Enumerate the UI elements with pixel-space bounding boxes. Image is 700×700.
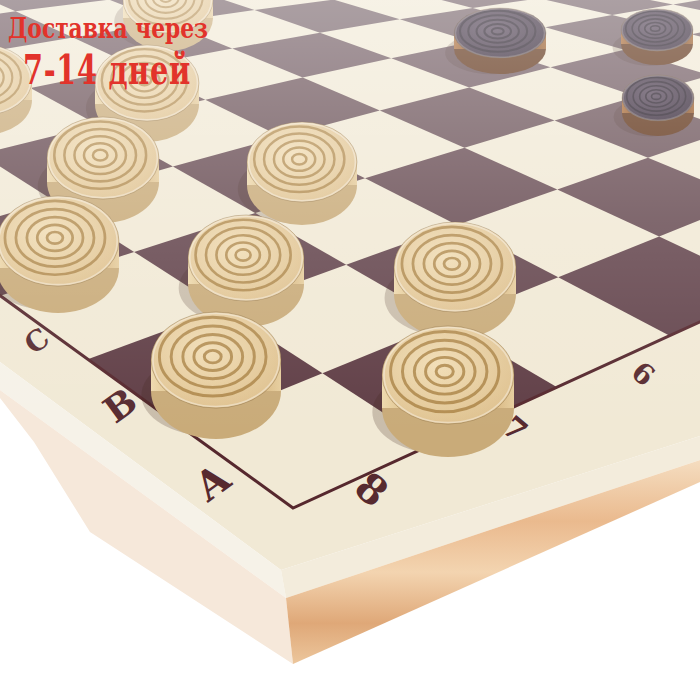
scene: CBA876 — [0, 0, 700, 700]
delivery-text-line2: 7-14 дней — [23, 46, 191, 94]
checkers-board-product-photo: CBA876 Доставка через 7-14 дней — [0, 0, 700, 700]
delivery-text-line1: Доставка через — [8, 13, 208, 44]
delivery-overlay: Доставка через 7-14 дней — [8, 13, 208, 94]
